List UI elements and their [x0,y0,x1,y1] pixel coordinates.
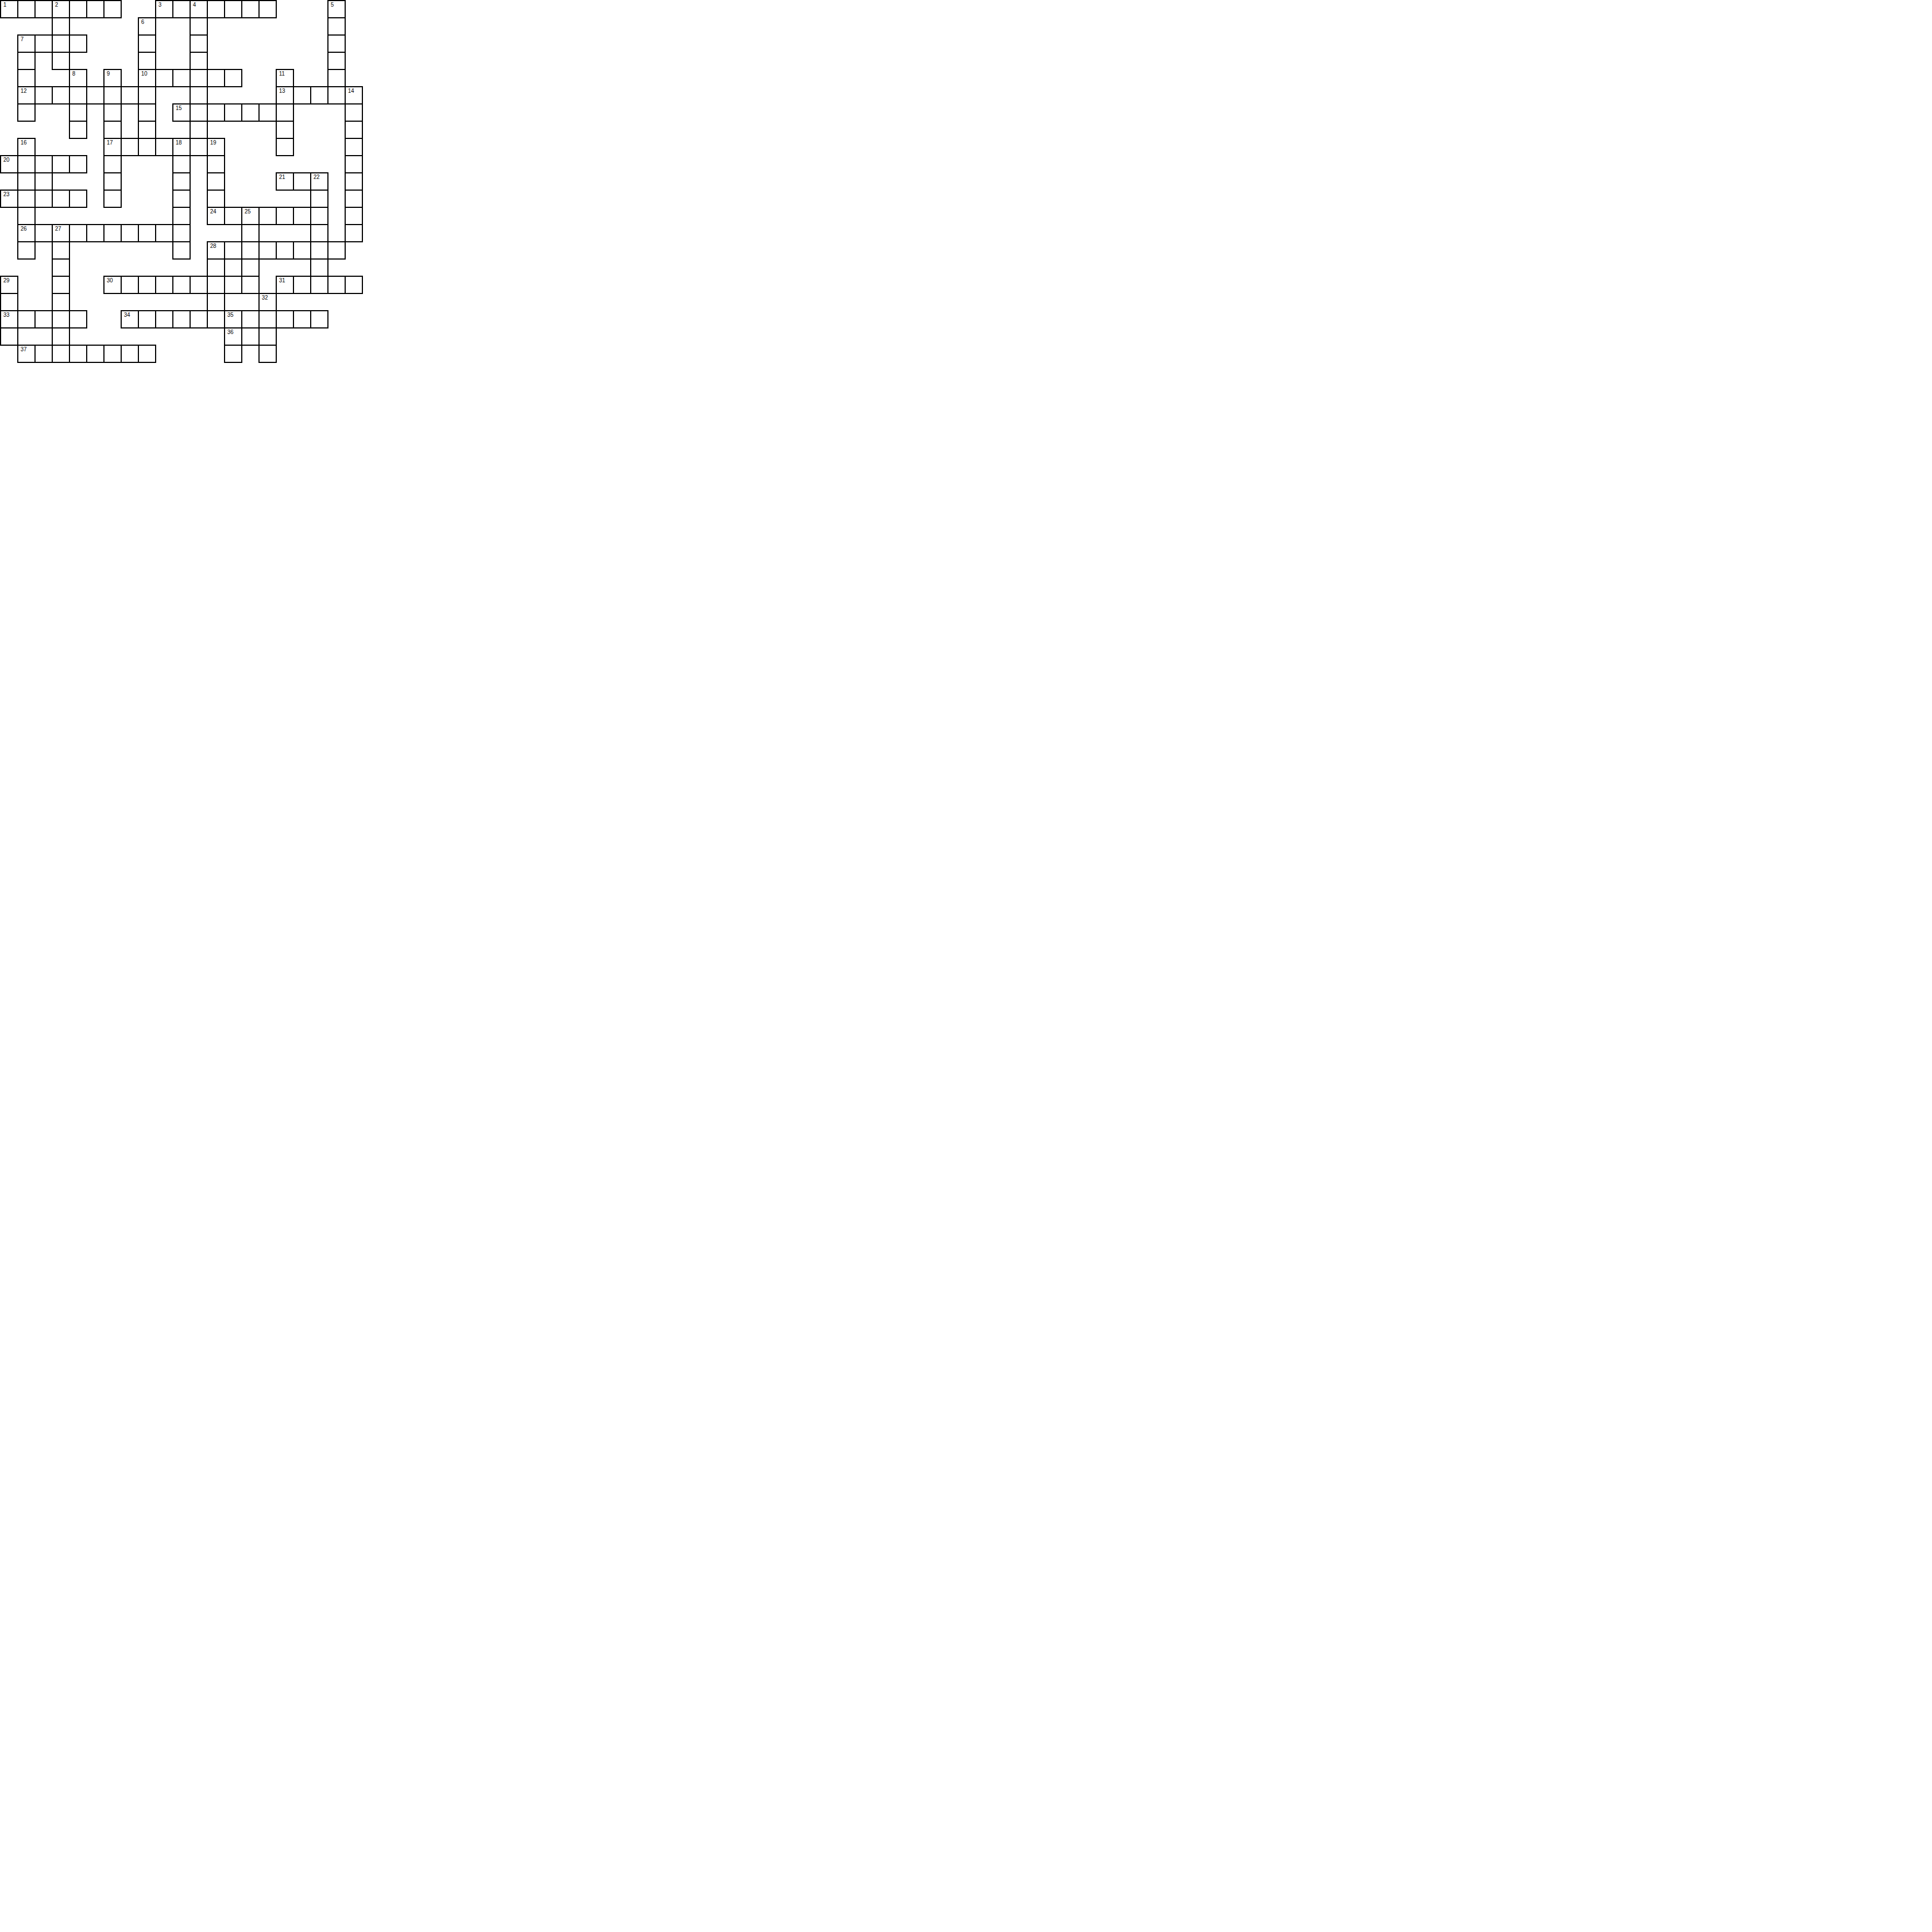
cell-r18c0[interactable]: 33 [0,310,18,328]
cell-r2c4[interactable] [69,34,87,53]
cell-r20c8[interactable] [138,345,156,363]
cell-r5c19[interactable] [327,86,346,104]
cell-r4c1[interactable] [17,69,36,87]
cell-r3c11[interactable] [190,52,208,70]
cell-r4c8[interactable]: 10 [138,69,156,87]
cell-r9c12[interactable] [207,155,225,173]
cell-r2c3[interactable] [52,34,70,53]
cell-r18c1[interactable] [17,310,36,328]
clue-number-29: 29 [3,277,9,283]
cell-r16c16[interactable]: 31 [276,276,294,294]
clue-number-17: 17 [107,140,113,146]
cell-r6c13[interactable] [224,103,242,122]
cell-r16c12[interactable] [207,276,225,294]
clue-number-11: 11 [279,71,285,77]
cell-r13c18[interactable] [310,224,328,242]
cell-r7c8[interactable] [138,121,156,139]
cell-r7c4[interactable] [69,121,87,139]
cell-r18c11[interactable] [190,310,208,328]
cell-r0c6[interactable] [103,0,122,18]
clue-number-22: 22 [313,174,320,180]
clue-number-18: 18 [176,140,182,146]
cell-r5c11[interactable] [190,86,208,104]
clue-number-13: 13 [279,88,285,94]
cell-r19c14[interactable] [241,327,260,346]
cell-r18c14[interactable] [241,310,260,328]
cell-r2c8[interactable] [138,34,156,53]
clue-number-12: 12 [21,88,27,94]
clue-number-7: 7 [21,36,24,42]
cell-r5c1[interactable]: 12 [17,86,36,104]
cell-r16c20[interactable] [345,276,363,294]
clue-number-15: 15 [176,105,182,111]
cell-r10c17[interactable] [293,172,311,191]
cell-r0c10[interactable] [172,0,191,18]
cell-r16c18[interactable] [310,276,328,294]
cell-r4c11[interactable] [190,69,208,87]
cell-r6c10[interactable]: 15 [172,103,191,122]
cell-r13c20[interactable] [345,224,363,242]
cell-r0c11[interactable]: 4 [190,0,208,18]
cell-r6c11[interactable] [190,103,208,122]
clue-number-35: 35 [227,312,233,318]
cell-r13c7[interactable] [121,224,139,242]
cell-r12c16[interactable] [276,207,294,225]
cell-r0c2[interactable] [34,0,53,18]
cell-r5c4[interactable] [69,86,87,104]
cell-r14c13[interactable] [224,241,242,260]
cell-r14c3[interactable] [52,241,70,260]
cell-r0c1[interactable] [17,0,36,18]
cell-r4c16[interactable]: 11 [276,69,294,87]
cell-r16c6[interactable]: 30 [103,276,122,294]
cell-r2c11[interactable] [190,34,208,53]
cell-r19c13[interactable]: 36 [224,327,242,346]
cell-r5c7[interactable] [121,86,139,104]
cell-r5c16[interactable]: 13 [276,86,294,104]
clue-number-2: 2 [55,2,58,8]
cell-r0c13[interactable] [224,0,242,18]
cell-r10c16[interactable]: 21 [276,172,294,191]
cell-r19c3[interactable] [52,327,70,346]
cell-r3c19[interactable] [327,52,346,70]
cell-r11c2[interactable] [34,190,53,208]
cell-r11c10[interactable] [172,190,191,208]
cell-r5c5[interactable] [86,86,104,104]
cell-r16c10[interactable] [172,276,191,294]
cell-r0c12[interactable] [207,0,225,18]
cell-r18c18[interactable] [310,310,328,328]
cell-r12c18[interactable] [310,207,328,225]
cell-r4c12[interactable] [207,69,225,87]
cell-r4c10[interactable] [172,69,191,87]
cell-r13c10[interactable] [172,224,191,242]
cell-r4c19[interactable] [327,69,346,87]
cell-r17c12[interactable] [207,293,225,311]
cell-r1c19[interactable] [327,17,346,36]
cell-r13c14[interactable] [241,224,260,242]
cell-r2c2[interactable] [34,34,53,53]
cell-r0c19[interactable]: 5 [327,0,346,18]
cell-r10c1[interactable] [17,172,36,191]
clue-number-23: 23 [3,191,9,197]
cell-r14c15[interactable] [258,241,277,260]
cell-r14c19[interactable] [327,241,346,260]
clue-number-3: 3 [158,2,162,8]
cell-r11c6[interactable] [103,190,122,208]
cell-r11c1[interactable] [17,190,36,208]
cell-r19c15[interactable] [258,327,277,346]
cell-r2c1[interactable]: 7 [17,34,36,53]
cell-r16c17[interactable] [293,276,311,294]
cell-r14c12[interactable]: 28 [207,241,225,260]
cell-r20c5[interactable] [86,345,104,363]
cell-r18c16[interactable] [276,310,294,328]
cell-r8c6[interactable]: 17 [103,138,122,156]
cell-r12c15[interactable] [258,207,277,225]
cell-r16c7[interactable] [121,276,139,294]
cell-r9c6[interactable] [103,155,122,173]
cell-r12c20[interactable] [345,207,363,225]
cell-r18c12[interactable] [207,310,225,328]
cell-r6c8[interactable] [138,103,156,122]
cell-r0c14[interactable] [241,0,260,18]
cell-r5c6[interactable] [103,86,122,104]
cell-r2c19[interactable] [327,34,346,53]
cell-r7c11[interactable] [190,121,208,139]
cell-r0c5[interactable] [86,0,104,18]
cell-r10c2[interactable] [34,172,53,191]
cell-r9c1[interactable] [17,155,36,173]
cell-r18c13[interactable]: 35 [224,310,242,328]
clue-number-36: 36 [227,329,233,335]
cell-r20c4[interactable] [69,345,87,363]
cell-r11c4[interactable] [69,190,87,208]
cell-r16c19[interactable] [327,276,346,294]
cell-r18c4[interactable] [69,310,87,328]
cell-r12c1[interactable] [17,207,36,225]
cell-r5c3[interactable] [52,86,70,104]
clue-number-34: 34 [124,312,130,318]
cell-r8c7[interactable] [121,138,139,156]
clue-number-26: 26 [21,226,27,232]
cell-r8c8[interactable] [138,138,156,156]
cell-r3c8[interactable] [138,52,156,70]
cell-r6c12[interactable] [207,103,225,122]
cell-r7c20[interactable] [345,121,363,139]
clue-number-21: 21 [279,174,285,180]
cell-r20c15[interactable] [258,345,277,363]
clue-number-33: 33 [3,312,9,318]
cell-r18c9[interactable] [155,310,173,328]
cell-r17c15[interactable]: 32 [258,293,277,311]
cell-r9c10[interactable] [172,155,191,173]
cell-r0c0[interactable]: 1 [0,0,18,18]
cell-r6c16[interactable] [276,103,294,122]
clue-number-10: 10 [141,71,147,77]
cell-r5c8[interactable] [138,86,156,104]
cell-r4c4[interactable]: 8 [69,69,87,87]
cell-r11c20[interactable] [345,190,363,208]
cell-r9c2[interactable] [34,155,53,173]
cell-r15c12[interactable] [207,258,225,277]
clue-number-27: 27 [55,226,61,232]
cell-r0c3[interactable]: 2 [52,0,70,18]
cell-r18c17[interactable] [293,310,311,328]
cell-r16c14[interactable] [241,276,260,294]
cell-r16c9[interactable] [155,276,173,294]
cell-r16c0[interactable]: 29 [0,276,18,294]
cell-r3c1[interactable] [17,52,36,70]
cell-r20c3[interactable] [52,345,70,363]
cell-r13c3[interactable]: 27 [52,224,70,242]
cell-r20c6[interactable] [103,345,122,363]
cell-r6c6[interactable] [103,103,122,122]
cell-r14c14[interactable] [241,241,260,260]
cell-r0c4[interactable] [69,0,87,18]
cell-r8c1[interactable]: 16 [17,138,36,156]
cell-r13c8[interactable] [138,224,156,242]
cell-r17c3[interactable] [52,293,70,311]
cell-r20c2[interactable] [34,345,53,363]
clue-number-37: 37 [21,346,27,352]
cell-r18c15[interactable] [258,310,277,328]
cell-r6c1[interactable] [17,103,36,122]
cell-r14c16[interactable] [276,241,294,260]
clue-number-8: 8 [72,71,76,77]
cell-r4c9[interactable] [155,69,173,87]
cell-r14c17[interactable] [293,241,311,260]
cell-r4c6[interactable]: 9 [103,69,122,87]
clue-number-28: 28 [210,243,216,249]
cell-r20c7[interactable] [121,345,139,363]
clue-number-4: 4 [193,2,196,8]
cell-r13c4[interactable] [69,224,87,242]
cell-r11c3[interactable] [52,190,70,208]
cell-r3c3[interactable] [52,52,70,70]
cell-r12c10[interactable] [172,207,191,225]
cell-r6c4[interactable] [69,103,87,122]
clue-number-31: 31 [279,277,285,283]
cell-r5c20[interactable]: 14 [345,86,363,104]
cell-r8c16[interactable] [276,138,294,156]
cell-r9c3[interactable] [52,155,70,173]
clue-number-19: 19 [210,140,216,146]
clue-number-25: 25 [245,208,251,215]
cell-r10c6[interactable] [103,172,122,191]
cell-r10c10[interactable] [172,172,191,191]
cell-r15c14[interactable] [241,258,260,277]
cell-r14c1[interactable] [17,241,36,260]
cell-r8c20[interactable] [345,138,363,156]
cell-r13c6[interactable] [103,224,122,242]
cell-r16c3[interactable] [52,276,70,294]
cell-r20c13[interactable] [224,345,242,363]
cell-r13c2[interactable] [34,224,53,242]
cell-r14c10[interactable] [172,241,191,260]
cell-r10c18[interactable]: 22 [310,172,328,191]
cell-r5c17[interactable] [293,86,311,104]
clue-number-32: 32 [262,295,268,301]
cell-r6c20[interactable] [345,103,363,122]
clue-number-9: 9 [107,71,110,77]
cell-r9c0[interactable]: 20 [0,155,18,173]
cell-r1c8[interactable]: 6 [138,17,156,36]
cell-r11c0[interactable]: 23 [0,190,18,208]
cell-r7c16[interactable] [276,121,294,139]
cell-r16c13[interactable] [224,276,242,294]
cell-r12c12[interactable]: 24 [207,207,225,225]
clue-number-6: 6 [141,19,145,25]
cell-r8c11[interactable] [190,138,208,156]
cell-r9c20[interactable] [345,155,363,173]
cell-r16c11[interactable] [190,276,208,294]
cell-r17c0[interactable] [0,293,18,311]
cell-r12c14[interactable]: 25 [241,207,260,225]
cell-r13c1[interactable]: 26 [17,224,36,242]
cell-r14c18[interactable] [310,241,328,260]
clue-number-30: 30 [107,277,113,283]
cell-r18c3[interactable] [52,310,70,328]
cell-r4c13[interactable] [224,69,242,87]
cell-r5c18[interactable] [310,86,328,104]
cell-r16c8[interactable] [138,276,156,294]
cell-r6c14[interactable] [241,103,260,122]
cell-r8c9[interactable] [155,138,173,156]
cell-r9c4[interactable] [69,155,87,173]
cell-r10c12[interactable] [207,172,225,191]
cell-r18c8[interactable] [138,310,156,328]
cell-r1c3[interactable] [52,17,70,36]
cell-r15c18[interactable] [310,258,328,277]
cell-r20c1[interactable]: 37 [17,345,36,363]
clue-number-14: 14 [348,88,354,94]
clue-number-24: 24 [210,208,216,215]
cell-r18c10[interactable] [172,310,191,328]
cell-r8c12[interactable]: 19 [207,138,225,156]
clue-number-5: 5 [331,2,334,8]
cell-r18c7[interactable]: 34 [121,310,139,328]
cell-r11c12[interactable] [207,190,225,208]
cell-r19c0[interactable] [0,327,18,346]
cell-r12c13[interactable] [224,207,242,225]
cell-r10c20[interactable] [345,172,363,191]
cell-r12c17[interactable] [293,207,311,225]
cell-r5c2[interactable] [34,86,53,104]
cell-r13c9[interactable] [155,224,173,242]
clue-number-20: 20 [3,157,9,163]
cell-r15c3[interactable] [52,258,70,277]
cell-r1c11[interactable] [190,17,208,36]
cell-r8c10[interactable]: 18 [172,138,191,156]
clue-number-1: 1 [3,2,7,8]
cell-r18c2[interactable] [34,310,53,328]
clue-number-16: 16 [21,140,27,146]
cell-r11c18[interactable] [310,190,328,208]
crossword-grid: 1234567891011121314151617181920212223242… [0,0,363,363]
cell-r6c15[interactable] [258,103,277,122]
cell-r13c5[interactable] [86,224,104,242]
cell-r0c9[interactable]: 3 [155,0,173,18]
cell-r7c6[interactable] [103,121,122,139]
cell-r0c15[interactable] [258,0,277,18]
